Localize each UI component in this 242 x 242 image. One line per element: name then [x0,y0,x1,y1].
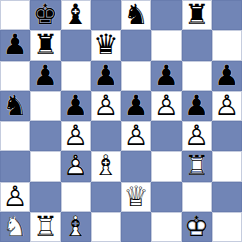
white-piece-outline: ♕ [121,182,151,212]
black-queen-piece[interactable]: ♕♛ [91,30,121,60]
white-piece-outline: ♙ [182,121,212,151]
square-g4[interactable]: ♟♙ [182,121,212,151]
black-piece-fill: ♟ [121,91,151,121]
square-f8[interactable] [151,0,181,30]
white-piece-outline: ♘ [0,212,30,242]
square-f5[interactable]: ♟♙ [151,91,181,121]
square-e8[interactable]: ♘♞ [121,0,151,30]
square-f3[interactable] [151,151,181,181]
square-b1[interactable]: ♜♖ [30,212,60,242]
square-c7[interactable] [61,30,91,60]
black-piece-fill: ♟ [212,61,242,91]
square-b2[interactable] [30,182,60,212]
white-pawn-piece[interactable]: ♟♙ [61,121,91,151]
square-c6[interactable] [61,61,91,91]
square-c4[interactable]: ♟♙ [61,121,91,151]
square-h3[interactable] [212,151,242,181]
square-f4[interactable] [151,121,181,151]
square-h1[interactable] [212,212,242,242]
square-d4[interactable] [91,121,121,151]
black-piece-fill: ♟ [30,61,60,91]
square-g1[interactable]: ♚♔ [182,212,212,242]
chess-board: ♔♚♗♝♘♞♖♜♙♟♖♜♕♛♙♟♙♟♙♟♙♟♘♞♙♟♟♙♙♟♟♙♙♟♟♙♟♙♟♙… [0,0,242,242]
white-piece-outline: ♔ [182,212,212,242]
black-piece-fill: ♟ [182,91,212,121]
square-a6[interactable] [0,61,30,91]
black-piece-fill: ♜ [30,30,60,60]
white-piece-outline: ♖ [30,212,60,242]
white-piece-outline: ♙ [212,91,242,121]
square-b8[interactable]: ♔♚ [30,0,60,30]
square-c2[interactable] [61,182,91,212]
white-pawn-piece[interactable]: ♟♙ [91,91,121,121]
square-d1[interactable] [91,212,121,242]
white-piece-outline: ♙ [91,91,121,121]
black-pawn-piece[interactable]: ♙♟ [0,30,30,60]
black-piece-fill: ♟ [61,91,91,121]
white-rook-piece[interactable]: ♜♖ [30,212,60,242]
black-piece-fill: ♜ [182,0,212,30]
white-pawn-piece[interactable]: ♟♙ [61,151,91,181]
black-knight-piece[interactable]: ♘♞ [0,91,30,121]
black-piece-fill: ♛ [91,30,121,60]
black-pawn-piece[interactable]: ♙♟ [30,61,60,91]
square-b6[interactable]: ♙♟ [30,61,60,91]
square-a4[interactable] [0,121,30,151]
square-b7[interactable]: ♖♜ [30,30,60,60]
square-e5[interactable]: ♙♟ [121,91,151,121]
square-f7[interactable] [151,30,181,60]
square-g3[interactable]: ♜♖ [182,151,212,181]
square-b3[interactable] [30,151,60,181]
white-pawn-piece[interactable]: ♟♙ [0,182,30,212]
black-piece-fill: ♟ [0,30,30,60]
black-rook-piece[interactable]: ♖♜ [30,30,60,60]
black-pawn-piece[interactable]: ♙♟ [61,91,91,121]
white-pawn-piece[interactable]: ♟♙ [121,121,151,151]
square-g8[interactable]: ♖♜ [182,0,212,30]
square-a1[interactable]: ♞♘ [0,212,30,242]
white-pawn-piece[interactable]: ♟♙ [212,91,242,121]
square-b5[interactable] [30,91,60,121]
square-d3[interactable]: ♝♗ [91,151,121,181]
square-d6[interactable]: ♙♟ [91,61,121,91]
square-a8[interactable] [0,0,30,30]
square-e3[interactable] [121,151,151,181]
square-h7[interactable] [212,30,242,60]
white-king-piece[interactable]: ♚♔ [182,212,212,242]
square-g7[interactable] [182,30,212,60]
white-piece-outline: ♙ [121,121,151,151]
square-c5[interactable]: ♙♟ [61,91,91,121]
white-rook-piece[interactable]: ♜♖ [182,151,212,181]
white-piece-outline: ♙ [61,121,91,151]
square-g6[interactable] [182,61,212,91]
black-king-piece[interactable]: ♔♚ [30,0,60,30]
white-pawn-piece[interactable]: ♟♙ [151,91,181,121]
black-piece-fill: ♞ [0,91,30,121]
white-piece-outline: ♙ [61,151,91,181]
square-e2[interactable]: ♛♕ [121,182,151,212]
square-f2[interactable] [151,182,181,212]
white-piece-outline: ♙ [0,182,30,212]
black-piece-fill: ♝ [61,0,91,30]
white-piece-outline: ♗ [91,151,121,181]
square-g2[interactable] [182,182,212,212]
square-b4[interactable] [30,121,60,151]
square-d8[interactable] [91,0,121,30]
square-c8[interactable]: ♗♝ [61,0,91,30]
square-f6[interactable]: ♙♟ [151,61,181,91]
white-piece-outline: ♙ [151,91,181,121]
black-pawn-piece[interactable]: ♙♟ [121,91,151,121]
square-h5[interactable]: ♟♙ [212,91,242,121]
white-piece-outline: ♗ [61,212,91,242]
square-e7[interactable] [121,30,151,60]
white-piece-outline: ♖ [182,151,212,181]
black-piece-fill: ♟ [151,61,181,91]
black-piece-fill: ♚ [30,0,60,30]
square-a3[interactable] [0,151,30,181]
square-h2[interactable] [212,182,242,212]
black-pawn-piece[interactable]: ♙♟ [151,61,181,91]
black-rook-piece[interactable]: ♖♜ [182,0,212,30]
square-d5[interactable]: ♟♙ [91,91,121,121]
square-d7[interactable]: ♕♛ [91,30,121,60]
square-f1[interactable] [151,212,181,242]
white-bishop-piece[interactable]: ♝♗ [61,212,91,242]
black-pawn-piece[interactable]: ♙♟ [212,61,242,91]
square-h8[interactable] [212,0,242,30]
black-piece-fill: ♞ [121,0,151,30]
square-h4[interactable] [212,121,242,151]
square-e4[interactable]: ♟♙ [121,121,151,151]
white-queen-piece[interactable]: ♛♕ [121,182,151,212]
black-bishop-piece[interactable]: ♗♝ [61,0,91,30]
white-knight-piece[interactable]: ♞♘ [0,212,30,242]
white-bishop-piece[interactable]: ♝♗ [91,151,121,181]
square-a5[interactable]: ♘♞ [0,91,30,121]
black-pawn-piece[interactable]: ♙♟ [182,91,212,121]
square-a7[interactable]: ♙♟ [0,30,30,60]
square-h6[interactable]: ♙♟ [212,61,242,91]
square-a2[interactable]: ♟♙ [0,182,30,212]
square-g5[interactable]: ♙♟ [182,91,212,121]
black-knight-piece[interactable]: ♘♞ [121,0,151,30]
black-piece-fill: ♟ [91,61,121,91]
black-pawn-piece[interactable]: ♙♟ [91,61,121,91]
square-c1[interactable]: ♝♗ [61,212,91,242]
square-c3[interactable]: ♟♙ [61,151,91,181]
white-pawn-piece[interactable]: ♟♙ [182,121,212,151]
square-d2[interactable] [91,182,121,212]
square-e1[interactable] [121,212,151,242]
square-e6[interactable] [121,61,151,91]
